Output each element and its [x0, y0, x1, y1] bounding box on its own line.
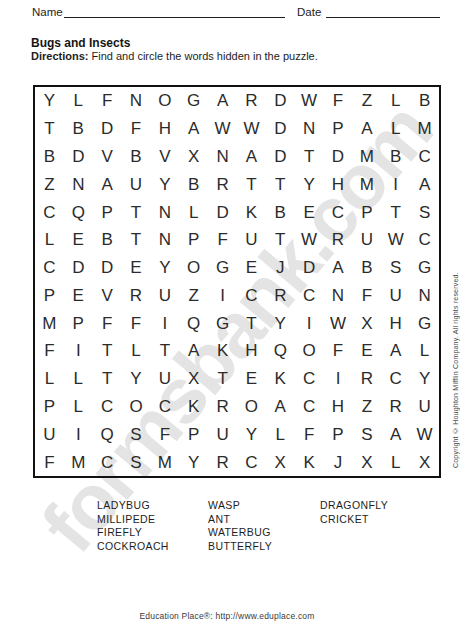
grid-cell-r3-c5: V — [150, 143, 179, 171]
word-list-item: LADYBUG — [97, 499, 169, 513]
grid-cell-r6-c10: W — [295, 226, 324, 254]
grid-cell-r2-c4: F — [122, 115, 151, 143]
grid-cell-r4-c13: I — [381, 170, 410, 198]
grid-cell-r1-c13: L — [381, 87, 410, 115]
grid-cell-r8-c9: R — [266, 282, 295, 310]
grid-cell-r10-c10: O — [295, 337, 324, 365]
grid-cell-r12-c14: U — [410, 393, 439, 421]
grid-cell-r3-c8: A — [237, 143, 266, 171]
grid-cell-r3-c3: V — [93, 143, 122, 171]
grid-cell-r12-c1: P — [35, 393, 64, 421]
grid-cell-r14-c13: L — [381, 448, 410, 476]
grid-cell-r9-c1: M — [35, 309, 64, 337]
grid-cell-r5-c10: E — [295, 198, 324, 226]
grid-cell-r14-c6: Y — [179, 448, 208, 476]
grid-cell-r3-c14: C — [410, 143, 439, 171]
grid-cell-r9-c9: Y — [266, 309, 295, 337]
grid-cell-r11-c1: L — [35, 365, 64, 393]
grid-cell-r7-c13: S — [381, 254, 410, 282]
grid-cell-r7-c7: G — [208, 254, 237, 282]
grid-cell-r7-c12: B — [352, 254, 381, 282]
grid-cell-r7-c4: E — [122, 254, 151, 282]
grid-cell-r12-c5: C — [150, 393, 179, 421]
grid-cell-r10-c1: F — [35, 337, 64, 365]
grid-cell-r7-c11: A — [324, 254, 353, 282]
grid-cell-r9-c2: P — [64, 309, 93, 337]
grid-cell-r6-c9: T — [266, 226, 295, 254]
grid-cell-r8-c14: N — [410, 282, 439, 310]
grid-cell-r8-c3: V — [93, 282, 122, 310]
grid-cell-r6-c4: T — [122, 226, 151, 254]
grid-cell-r9-c4: F — [122, 309, 151, 337]
grid-cell-r4-c2: N — [64, 170, 93, 198]
grid-cell-r4-c3: A — [93, 170, 122, 198]
grid-cell-r8-c8: C — [237, 282, 266, 310]
grid-cell-r3-c2: D — [64, 143, 93, 171]
grid-cell-r7-c8: E — [237, 254, 266, 282]
grid-cell-r10-c7: K — [208, 337, 237, 365]
grid-cell-r12-c8: O — [237, 393, 266, 421]
grid-cell-r2-c3: D — [93, 115, 122, 143]
grid-cell-r8-c12: F — [352, 282, 381, 310]
grid-cell-r5-c5: N — [150, 198, 179, 226]
grid-cell-r4-c7: R — [208, 170, 237, 198]
grid-cell-r8-c13: U — [381, 282, 410, 310]
grid-cell-r7-c2: D — [64, 254, 93, 282]
word-list-item: ANT — [208, 513, 272, 527]
grid-cell-r1-c12: Z — [352, 87, 381, 115]
grid-cell-r12-c7: R — [208, 393, 237, 421]
grid-cell-r9-c11: W — [324, 309, 353, 337]
grid-cell-r8-c1: P — [35, 282, 64, 310]
date-blank-line — [326, 5, 440, 18]
grid-cell-r11-c2: L — [64, 365, 93, 393]
puzzle-grid: YLFNOGARDWFZLBTBDFHAWWDNPALMBDVBVXNADTDM… — [33, 85, 441, 478]
grid-cell-r1-c2: L — [64, 87, 93, 115]
grid-cell-r13-c13: A — [381, 420, 410, 448]
grid-cell-r4-c12: M — [352, 170, 381, 198]
word-list-column-2: WASPANTWATERBUGBUTTERFLY — [208, 499, 272, 553]
grid-cell-r3-c4: B — [122, 143, 151, 171]
grid-cell-r6-c1: L — [35, 226, 64, 254]
grid-cell-r2-c11: P — [324, 115, 353, 143]
grid-cell-r11-c12: R — [352, 365, 381, 393]
grid-cell-r1-c10: W — [295, 87, 324, 115]
grid-cell-r5-c13: T — [381, 198, 410, 226]
grid-cell-r4-c1: Z — [35, 170, 64, 198]
word-list-item: BUTTERFLY — [208, 540, 272, 554]
grid-cell-r5-c4: T — [122, 198, 151, 226]
grid-cell-r2-c2: B — [64, 115, 93, 143]
footer-source-text: Education Place®: http://www.eduplace.co… — [0, 611, 454, 621]
grid-cell-r3-c13: B — [381, 143, 410, 171]
directions-label: Directions: — [31, 50, 88, 62]
grid-cell-r14-c5: M — [150, 448, 179, 476]
grid-cell-r11-c13: C — [381, 365, 410, 393]
grid-cell-r3-c6: X — [179, 143, 208, 171]
grid-cell-r5-c11: C — [324, 198, 353, 226]
word-list-item: WATERBUG — [208, 526, 272, 540]
grid-cell-r6-c6: P — [179, 226, 208, 254]
grid-cell-r7-c6: O — [179, 254, 208, 282]
grid-cell-r12-c2: L — [64, 393, 93, 421]
grid-cell-r12-c11: H — [324, 393, 353, 421]
word-list-item: COCKROACH — [97, 540, 169, 554]
directions-text: Directions: Find and circle the words hi… — [31, 50, 318, 62]
grid-cell-r10-c5: T — [150, 337, 179, 365]
grid-cell-r12-c12: Z — [352, 393, 381, 421]
grid-cell-r2-c6: A — [179, 115, 208, 143]
grid-cell-r12-c4: O — [122, 393, 151, 421]
grid-cell-r1-c5: O — [150, 87, 179, 115]
grid-cell-r5-c6: L — [179, 198, 208, 226]
worksheet-page: Name Date Bugs and Insects Directions: F… — [0, 0, 474, 631]
grid-cell-r9-c14: G — [410, 309, 439, 337]
grid-cell-r8-c2: E — [64, 282, 93, 310]
grid-cell-r9-c6: Q — [179, 309, 208, 337]
grid-cell-r6-c7: F — [208, 226, 237, 254]
grid-cell-r13-c14: W — [410, 420, 439, 448]
grid-cell-r14-c3: C — [93, 448, 122, 476]
grid-cell-r5-c12: P — [352, 198, 381, 226]
grid-cell-r13-c7: U — [208, 420, 237, 448]
grid-cell-r5-c9: B — [266, 198, 295, 226]
grid-cell-r5-c2: Q — [64, 198, 93, 226]
grid-cell-r11-c11: I — [324, 365, 353, 393]
grid-cell-r2-c8: W — [237, 115, 266, 143]
grid-cell-r4-c14: A — [410, 170, 439, 198]
grid-cell-r14-c14: X — [410, 448, 439, 476]
grid-cell-r9-c10: I — [295, 309, 324, 337]
grid-cell-r6-c2: E — [64, 226, 93, 254]
grid-cell-r9-c12: X — [352, 309, 381, 337]
grid-cell-r1-c9: D — [266, 87, 295, 115]
grid-cell-r14-c8: C — [237, 448, 266, 476]
grid-cell-r5-c14: S — [410, 198, 439, 226]
grid-cell-r8-c4: R — [122, 282, 151, 310]
grid-cell-r13-c11: P — [324, 420, 353, 448]
grid-cell-r2-c7: W — [208, 115, 237, 143]
grid-cell-r6-c12: U — [352, 226, 381, 254]
grid-cell-r9-c8: T — [237, 309, 266, 337]
grid-cell-r13-c9: L — [266, 420, 295, 448]
grid-cell-r5-c8: K — [237, 198, 266, 226]
grid-cell-r10-c11: F — [324, 337, 353, 365]
grid-cell-r1-c6: G — [179, 87, 208, 115]
grid-cell-r10-c8: H — [237, 337, 266, 365]
grid-cell-r4-c6: B — [179, 170, 208, 198]
grid-cell-r8-c6: Z — [179, 282, 208, 310]
grid-cell-r10-c2: I — [64, 337, 93, 365]
grid-cell-r1-c4: N — [122, 87, 151, 115]
grid-cell-r5-c7: D — [208, 198, 237, 226]
grid-cell-r7-c10: D — [295, 254, 324, 282]
grid-cell-r3-c10: T — [295, 143, 324, 171]
grid-cell-r14-c9: X — [266, 448, 295, 476]
grid-cell-r10-c12: E — [352, 337, 381, 365]
word-list-column-3: DRAGONFLYCRICKET — [320, 499, 388, 526]
grid-cell-r14-c2: M — [64, 448, 93, 476]
grid-cell-r11-c3: T — [93, 365, 122, 393]
grid-cell-r1-c1: Y — [35, 87, 64, 115]
grid-cell-r10-c13: A — [381, 337, 410, 365]
grid-cell-r9-c7: G — [208, 309, 237, 337]
directions-body: Find and circle the words hidden in the … — [88, 50, 317, 62]
grid-cell-r5-c1: C — [35, 198, 64, 226]
grid-cell-r7-c14: G — [410, 254, 439, 282]
grid-cell-r7-c1: C — [35, 254, 64, 282]
grid-cell-r3-c9: D — [266, 143, 295, 171]
word-list-item: DRAGONFLY — [320, 499, 388, 513]
grid-cell-r6-c5: N — [150, 226, 179, 254]
grid-cell-r1-c14: B — [410, 87, 439, 115]
grid-cell-r10-c3: T — [93, 337, 122, 365]
grid-cell-r6-c14: C — [410, 226, 439, 254]
grid-cell-r4-c11: H — [324, 170, 353, 198]
grid-cell-r6-c3: B — [93, 226, 122, 254]
grid-cell-r13-c4: S — [122, 420, 151, 448]
grid-cell-r3-c12: M — [352, 143, 381, 171]
grid-cell-r5-c3: P — [93, 198, 122, 226]
grid-cell-r13-c2: I — [64, 420, 93, 448]
grid-cell-r12-c10: C — [295, 393, 324, 421]
grid-cell-r9-c3: F — [93, 309, 122, 337]
grid-cell-r9-c13: H — [381, 309, 410, 337]
grid-cell-r14-c1: F — [35, 448, 64, 476]
grid-cell-r13-c6: P — [179, 420, 208, 448]
grid-cell-r3-c1: B — [35, 143, 64, 171]
grid-cell-r2-c5: H — [150, 115, 179, 143]
grid-cell-r10-c4: L — [122, 337, 151, 365]
grid-cell-r3-c11: D — [324, 143, 353, 171]
grid-cell-r12-c6: K — [179, 393, 208, 421]
name-blank-line — [64, 5, 285, 18]
grid-cell-r14-c12: X — [352, 448, 381, 476]
grid-cell-r2-c14: M — [410, 115, 439, 143]
grid-cell-r11-c6: X — [179, 365, 208, 393]
grid-cell-r8-c10: C — [295, 282, 324, 310]
grid-cell-r4-c10: Y — [295, 170, 324, 198]
vertical-copyright-text: Copyright © Houghton Mifflin Company. Al… — [452, 216, 466, 468]
grid-cell-r8-c5: U — [150, 282, 179, 310]
grid-cell-r1-c7: A — [208, 87, 237, 115]
grid-cell-r4-c4: U — [122, 170, 151, 198]
grid-cell-r1-c8: R — [237, 87, 266, 115]
grid-cell-r13-c5: F — [150, 420, 179, 448]
grid-cell-r11-c10: C — [295, 365, 324, 393]
grid-cell-r7-c3: D — [93, 254, 122, 282]
grid-cell-r9-c5: I — [150, 309, 179, 337]
word-list-item: CRICKET — [320, 513, 388, 527]
grid-cell-r2-c10: N — [295, 115, 324, 143]
grid-cell-r3-c7: N — [208, 143, 237, 171]
grid-cell-r7-c9: J — [266, 254, 295, 282]
word-list-item: FIREFLY — [97, 526, 169, 540]
grid-cell-r14-c4: S — [122, 448, 151, 476]
word-list-column-1: LADYBUGMILLIPEDEFIREFLYCOCKROACH — [97, 499, 169, 553]
grid-cell-r13-c12: S — [352, 420, 381, 448]
grid-cell-r7-c5: Y — [150, 254, 179, 282]
grid-cell-r14-c10: K — [295, 448, 324, 476]
grid-cell-r14-c11: J — [324, 448, 353, 476]
grid-cell-r6-c13: W — [381, 226, 410, 254]
grid-cell-r2-c13: L — [381, 115, 410, 143]
grid-cell-r2-c1: T — [35, 115, 64, 143]
name-label: Name — [32, 6, 63, 18]
grid-cell-r10-c14: L — [410, 337, 439, 365]
grid-cell-r13-c10: F — [295, 420, 324, 448]
grid-cell-r11-c5: U — [150, 365, 179, 393]
word-list-item: MILLIPEDE — [97, 513, 169, 527]
grid-cell-r1-c11: F — [324, 87, 353, 115]
grid-cell-r2-c9: D — [266, 115, 295, 143]
grid-cell-r8-c11: N — [324, 282, 353, 310]
grid-cell-r4-c5: Y — [150, 170, 179, 198]
grid-cell-r11-c7: T — [208, 365, 237, 393]
grid-cell-r10-c6: A — [179, 337, 208, 365]
grid-cell-r8-c7: I — [208, 282, 237, 310]
grid-cell-r11-c9: K — [266, 365, 295, 393]
grid-cell-r2-c12: A — [352, 115, 381, 143]
grid-cell-r6-c11: R — [324, 226, 353, 254]
grid-cell-r14-c7: R — [208, 448, 237, 476]
grid-cell-r11-c14: Y — [410, 365, 439, 393]
grid-cell-r6-c8: U — [237, 226, 266, 254]
grid-cell-r11-c4: Y — [122, 365, 151, 393]
grid-cell-r13-c8: Y — [237, 420, 266, 448]
grid-cell-r4-c8: T — [237, 170, 266, 198]
grid-cell-r10-c9: Q — [266, 337, 295, 365]
grid-cell-r12-c13: R — [381, 393, 410, 421]
word-list-item: WASP — [208, 499, 272, 513]
grid-cell-r12-c3: C — [93, 393, 122, 421]
date-label: Date — [297, 6, 321, 18]
grid-cell-r12-c9: A — [266, 393, 295, 421]
grid-cell-r4-c9: T — [266, 170, 295, 198]
grid-cell-r13-c3: Q — [93, 420, 122, 448]
puzzle-title: Bugs and Insects — [31, 36, 130, 50]
grid-cell-r13-c1: U — [35, 420, 64, 448]
grid-cell-r11-c8: E — [237, 365, 266, 393]
grid-cell-r1-c3: F — [93, 87, 122, 115]
